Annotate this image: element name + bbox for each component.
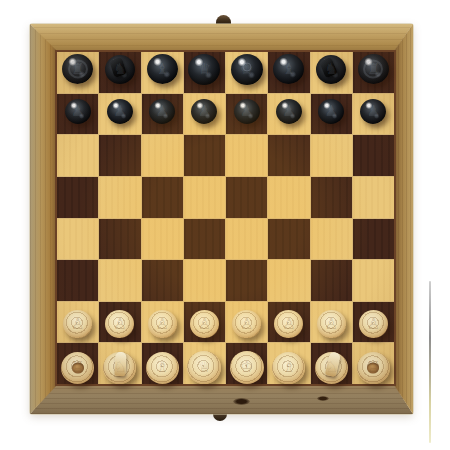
square-c5[interactable] [142,177,183,218]
piece-white-king[interactable]: ♔ [230,351,264,384]
square-g8[interactable]: ♞ [311,52,352,93]
piece-black-bishop[interactable]: ♝ [273,54,304,84]
square-a4[interactable] [57,219,98,260]
square-d2[interactable]: ♙ [184,302,225,343]
square-e2[interactable]: ♙ [226,302,267,343]
king-glyph: ♔ [240,360,253,375]
pawn-glyph: ♙ [198,317,211,332]
piece-white-pawn[interactable]: ♙ [190,310,219,338]
pawn-glyph: ♟ [155,104,168,119]
square-f5[interactable] [268,177,309,218]
piece-black-bishop[interactable]: ♝ [147,54,178,84]
pawn-glyph: ♟ [198,104,211,119]
square-e1[interactable]: ♔ [226,343,267,384]
square-g3[interactable] [311,260,352,301]
piece-white-pawn[interactable]: ♙ [274,310,303,338]
piece-black-pawn[interactable]: ♟ [234,99,260,124]
square-d1[interactable]: ♕ [184,343,225,384]
square-e4[interactable] [226,219,267,260]
knight-head [319,56,338,78]
piece-white-pawn[interactable]: ♙ [359,310,388,338]
pawn-glyph: ♙ [240,317,253,332]
pawn-glyph: ♙ [282,317,295,332]
photo-artifact-line [429,281,431,443]
square-a7[interactable]: ♟ [57,94,98,135]
rook-glyph: ♖ [367,360,380,375]
square-e6[interactable] [226,135,267,176]
rook-glyph: ♜ [367,62,380,77]
chess-board: ♜♞♝♛♚♝♞♜♟♟♟♟♟♟♟♟♙♙♙♙♙♙♙♙♖♘♗♕♔♗♘♖ [57,52,394,384]
square-d4[interactable] [184,219,225,260]
square-a1[interactable]: ♖ [57,343,98,384]
square-e8[interactable]: ♚ [226,52,267,93]
piece-black-pawn[interactable]: ♟ [318,99,344,124]
piece-black-king[interactable]: ♚ [231,54,263,85]
rook-glyph: ♜ [71,62,84,77]
frame-bottom [30,384,413,414]
piece-white-pawn[interactable]: ♙ [148,310,177,338]
board-edge: ♜♞♝♛♚♝♞♜♟♟♟♟♟♟♟♟♙♙♙♙♙♙♙♙♖♘♗♕♔♗♘♖ [55,50,396,386]
pawn-glyph: ♙ [367,317,380,332]
square-h3[interactable] [353,260,394,301]
square-c2[interactable]: ♙ [142,302,183,343]
square-g6[interactable] [311,135,352,176]
pawn-glyph: ♙ [155,317,168,332]
frame-left [30,24,57,414]
square-f8[interactable]: ♝ [268,52,309,93]
pawn-glyph: ♟ [71,104,84,119]
square-h7[interactable]: ♟ [353,94,394,135]
pawn-glyph: ♟ [240,104,253,119]
square-b3[interactable] [99,260,140,301]
frame-top [30,24,413,52]
square-f6[interactable] [268,135,309,176]
piece-white-pawn[interactable]: ♙ [317,310,346,338]
square-b8[interactable]: ♞ [99,52,140,93]
square-h2[interactable]: ♙ [353,302,394,343]
square-f2[interactable]: ♙ [268,302,309,343]
square-e3[interactable] [226,260,267,301]
pawn-glyph: ♙ [113,317,126,332]
bishop-glyph: ♝ [282,62,295,77]
piece-white-bishop[interactable]: ♗ [272,352,305,384]
square-d6[interactable] [184,135,225,176]
pawn-glyph: ♟ [282,104,295,119]
square-c8[interactable]: ♝ [142,52,183,93]
square-b7[interactable]: ♟ [99,94,140,135]
square-a3[interactable] [57,260,98,301]
square-d3[interactable] [184,260,225,301]
piece-white-knight[interactable]: ♘ [315,352,348,384]
piece-black-queen[interactable]: ♛ [188,54,220,85]
square-d7[interactable]: ♟ [184,94,225,135]
square-c6[interactable] [142,135,183,176]
square-c7[interactable]: ♟ [142,94,183,135]
piece-white-bishop[interactable]: ♗ [146,352,179,384]
piece-black-pawn[interactable]: ♟ [191,99,217,124]
piece-black-knight[interactable]: ♞ [105,55,135,84]
square-f7[interactable]: ♟ [268,94,309,135]
square-e5[interactable] [226,177,267,218]
square-h1[interactable]: ♖ [353,343,394,384]
chess-box: ♜♞♝♛♚♝♞♜♟♟♟♟♟♟♟♟♙♙♙♙♙♙♙♙♖♘♗♕♔♗♘♖ [30,24,413,414]
piece-black-pawn[interactable]: ♟ [107,99,133,124]
square-c1[interactable]: ♗ [142,343,183,384]
square-g2[interactable]: ♙ [311,302,352,343]
square-g5[interactable] [311,177,352,218]
pawn-glyph: ♟ [113,104,126,119]
square-h6[interactable] [353,135,394,176]
square-h5[interactable] [353,177,394,218]
square-b2[interactable]: ♙ [99,302,140,343]
square-b1[interactable]: ♘ [99,343,140,384]
square-b6[interactable] [99,135,140,176]
square-h4[interactable] [353,219,394,260]
square-f3[interactable] [268,260,309,301]
pawn-glyph: ♟ [367,104,380,119]
square-a8[interactable]: ♜ [57,52,98,93]
bishop-glyph: ♗ [282,360,295,375]
square-g7[interactable]: ♟ [311,94,352,135]
piece-black-pawn[interactable]: ♟ [276,99,302,124]
pawn-glyph: ♙ [71,317,84,332]
piece-black-rook[interactable]: ♜ [62,54,93,84]
piece-black-rook[interactable]: ♜ [358,54,389,84]
square-f4[interactable] [268,219,309,260]
square-a5[interactable] [57,177,98,218]
rook-glyph: ♖ [71,360,84,375]
square-c3[interactable] [142,260,183,301]
piece-black-knight[interactable]: ♞ [316,55,346,84]
square-d8[interactable]: ♛ [184,52,225,93]
pawn-glyph: ♟ [324,104,337,119]
piece-white-pawn[interactable]: ♙ [232,310,261,338]
wood-knot [317,396,329,401]
square-a2[interactable]: ♙ [57,302,98,343]
king-glyph: ♚ [240,62,253,77]
frame-right [394,24,413,414]
square-a6[interactable] [57,135,98,176]
square-h8[interactable]: ♜ [353,52,394,93]
piece-black-pawn[interactable]: ♟ [149,99,175,124]
piece-white-rook[interactable]: ♖ [61,352,94,384]
knight-head [325,351,341,377]
square-g1[interactable]: ♘ [311,343,352,384]
wood-knot [233,398,250,405]
queen-glyph: ♕ [198,360,211,375]
queen-glyph: ♛ [198,62,211,77]
square-f1[interactable]: ♗ [268,343,309,384]
square-e7[interactable]: ♟ [226,94,267,135]
square-c4[interactable] [142,219,183,260]
square-b4[interactable] [99,219,140,260]
bishop-glyph: ♝ [155,62,168,77]
pawn-glyph: ♙ [324,317,337,332]
square-b5[interactable] [99,177,140,218]
square-g4[interactable] [311,219,352,260]
knight-head [109,57,127,78]
knight-head [114,351,126,376]
square-d5[interactable] [184,177,225,218]
piece-white-queen[interactable]: ♕ [187,351,221,384]
piece-white-rook[interactable]: ♖ [357,352,390,384]
piece-black-pawn[interactable]: ♟ [360,99,386,124]
piece-white-pawn[interactable]: ♙ [63,310,92,338]
piece-white-pawn[interactable]: ♙ [105,310,134,338]
piece-black-pawn[interactable]: ♟ [65,99,91,124]
product-photo: ♜♞♝♛♚♝♞♜♟♟♟♟♟♟♟♟♙♙♙♙♙♙♙♙♖♘♗♕♔♗♘♖ [0,0,450,450]
bishop-glyph: ♗ [155,360,168,375]
piece-white-knight[interactable]: ♘ [103,352,136,384]
